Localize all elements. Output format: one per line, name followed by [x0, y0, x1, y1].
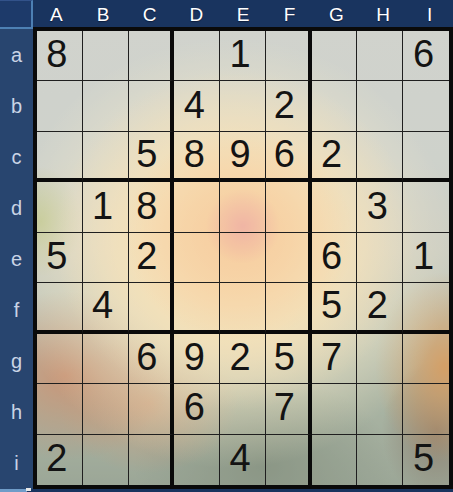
cell-fB[interactable]: 4: [83, 283, 129, 333]
cell-eC[interactable]: 2: [129, 233, 175, 283]
cell-bI[interactable]: [403, 81, 449, 131]
cell-hA[interactable]: [37, 384, 83, 434]
frame-bottom-tick: [26, 488, 31, 491]
cell-iG[interactable]: [312, 435, 358, 485]
row-label-a: a: [0, 29, 33, 80]
cell-aI[interactable]: 6: [403, 31, 449, 81]
cell-eF[interactable]: [266, 233, 312, 283]
row-label-f: f: [0, 285, 33, 336]
cell-bH[interactable]: [357, 81, 403, 131]
cell-bF[interactable]: 2: [266, 81, 312, 131]
cell-hB[interactable]: [83, 384, 129, 434]
cell-fH[interactable]: 2: [357, 283, 403, 333]
cell-hE[interactable]: [220, 384, 266, 434]
cell-hI[interactable]: [403, 384, 449, 434]
cell-gB[interactable]: [83, 334, 129, 384]
cell-bB[interactable]: [83, 81, 129, 131]
cell-fE[interactable]: [220, 283, 266, 333]
cell-iI[interactable]: 5: [403, 435, 449, 485]
cell-eE[interactable]: [220, 233, 266, 283]
cell-eA[interactable]: 5: [37, 233, 83, 283]
cell-dA[interactable]: [37, 182, 83, 232]
column-header-I: I: [406, 0, 453, 27]
cell-gD[interactable]: 9: [174, 334, 220, 384]
column-header-E: E: [220, 0, 267, 27]
sudoku-board: 816425896218352614526925767245: [33, 27, 453, 489]
cell-bD[interactable]: 4: [174, 81, 220, 131]
row-label-h: h: [0, 387, 33, 438]
cell-aB[interactable]: [83, 31, 129, 81]
cell-aA[interactable]: 8: [37, 31, 83, 81]
cell-iF[interactable]: [266, 435, 312, 485]
cell-gG[interactable]: 7: [312, 334, 358, 384]
cell-cD[interactable]: 8: [174, 132, 220, 182]
cell-cH[interactable]: [357, 132, 403, 182]
cell-iE[interactable]: 4: [220, 435, 266, 485]
cell-gC[interactable]: 6: [129, 334, 175, 384]
cell-gF[interactable]: 5: [266, 334, 312, 384]
cell-dI[interactable]: [403, 182, 449, 232]
cell-dD[interactable]: [174, 182, 220, 232]
cell-fG[interactable]: 5: [312, 283, 358, 333]
cell-hD[interactable]: 6: [174, 384, 220, 434]
cell-cA[interactable]: [37, 132, 83, 182]
cell-eD[interactable]: [174, 233, 220, 283]
row-label-c: c: [0, 131, 33, 182]
cell-gE[interactable]: 2: [220, 334, 266, 384]
cell-hH[interactable]: [357, 384, 403, 434]
column-header-D: D: [173, 0, 220, 27]
row-label-d: d: [0, 182, 33, 233]
row-label-column: abcdefghi: [0, 29, 33, 489]
cell-gI[interactable]: [403, 334, 449, 384]
column-header-row: ABCDEFGHI: [33, 0, 453, 27]
cell-bG[interactable]: [312, 81, 358, 131]
cell-cF[interactable]: 6: [266, 132, 312, 182]
row-label-e: e: [0, 233, 33, 284]
cell-aC[interactable]: [129, 31, 175, 81]
column-header-C: C: [126, 0, 173, 27]
cell-cB[interactable]: [83, 132, 129, 182]
cell-aE[interactable]: 1: [220, 31, 266, 81]
cell-iD[interactable]: [174, 435, 220, 485]
cell-bA[interactable]: [37, 81, 83, 131]
cell-iB[interactable]: [83, 435, 129, 485]
cell-fA[interactable]: [37, 283, 83, 333]
cell-eG[interactable]: 6: [312, 233, 358, 283]
cell-cE[interactable]: 9: [220, 132, 266, 182]
column-header-A: A: [33, 0, 80, 27]
cell-gA[interactable]: [37, 334, 83, 384]
cell-fC[interactable]: [129, 283, 175, 333]
cell-aD[interactable]: [174, 31, 220, 81]
column-header-F: F: [266, 0, 313, 27]
row-label-b: b: [0, 80, 33, 131]
cell-cC[interactable]: 5: [129, 132, 175, 182]
cell-aF[interactable]: [266, 31, 312, 81]
cell-dC[interactable]: 8: [129, 182, 175, 232]
row-label-i: i: [0, 438, 33, 489]
cell-iA[interactable]: 2: [37, 435, 83, 485]
cell-bE[interactable]: [220, 81, 266, 131]
sudoku-widget: ABCDEFGHI abcdefghi 81642589621835261452…: [0, 0, 453, 492]
cell-hG[interactable]: [312, 384, 358, 434]
cell-aH[interactable]: [357, 31, 403, 81]
cell-eI[interactable]: 1: [403, 233, 449, 283]
cell-dH[interactable]: 3: [357, 182, 403, 232]
corner-cell: [0, 0, 33, 29]
column-header-G: G: [313, 0, 360, 27]
cell-eH[interactable]: [357, 233, 403, 283]
cell-aG[interactable]: [312, 31, 358, 81]
cell-cG[interactable]: 2: [312, 132, 358, 182]
cell-fF[interactable]: [266, 283, 312, 333]
cell-dG[interactable]: [312, 182, 358, 232]
cell-iH[interactable]: [357, 435, 403, 485]
cell-hF[interactable]: 7: [266, 384, 312, 434]
cell-fI[interactable]: [403, 283, 449, 333]
cell-hC[interactable]: [129, 384, 175, 434]
cell-fD[interactable]: [174, 283, 220, 333]
column-header-B: B: [80, 0, 127, 27]
column-header-H: H: [360, 0, 407, 27]
cell-eB[interactable]: [83, 233, 129, 283]
cell-iC[interactable]: [129, 435, 175, 485]
cell-dB[interactable]: 1: [83, 182, 129, 232]
cell-dE[interactable]: [220, 182, 266, 232]
cell-gH[interactable]: [357, 334, 403, 384]
cell-cI[interactable]: [403, 132, 449, 182]
cell-dF[interactable]: [266, 182, 312, 232]
row-label-g: g: [0, 336, 33, 387]
cell-bC[interactable]: [129, 81, 175, 131]
